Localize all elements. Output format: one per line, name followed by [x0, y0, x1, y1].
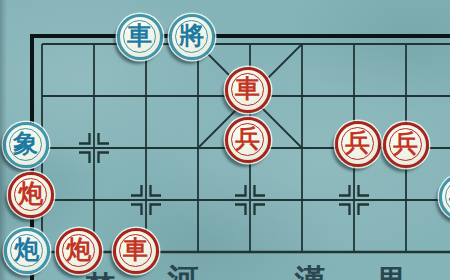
piece-glyph: 炮 [66, 237, 91, 262]
piece-red-cannon[interactable]: 炮 [56, 228, 102, 274]
piece-red-soldier[interactable]: 兵 [383, 122, 429, 168]
piece-red-soldier[interactable]: 兵 [225, 117, 271, 163]
piece-red-soldier[interactable]: 兵 [335, 121, 381, 167]
piece-glyph: 兵 [393, 131, 418, 156]
xiangqi-board[interactable]: 楚河漢界 車將車象兵兵兵炮卒炮炮車 [0, 0, 450, 280]
piece-black-elephant[interactable]: 象 [3, 122, 49, 168]
piece-inner-ring: 炮 [62, 234, 95, 267]
piece-glyph: 炮 [14, 237, 39, 262]
piece-glyph: 車 [235, 76, 260, 101]
piece-glyph: 象 [13, 131, 38, 156]
piece-red-cannon[interactable]: 炮 [8, 172, 54, 218]
piece-inner-ring: 車 [231, 73, 264, 106]
river-char: 界 [376, 266, 407, 280]
piece-glyph: 將 [179, 23, 204, 48]
piece-black-cannon[interactable]: 炮 [4, 228, 50, 274]
river-char: 河 [168, 264, 199, 280]
piece-inner-ring: 車 [123, 20, 156, 53]
river-char: 漢 [295, 265, 326, 280]
river-char: 楚 [85, 272, 116, 280]
piece-red-chariot[interactable]: 車 [225, 67, 271, 113]
piece-inner-ring: 兵 [389, 128, 422, 161]
piece-inner-ring: 車 [119, 234, 152, 267]
piece-inner-ring: 兵 [231, 123, 264, 156]
piece-glyph: 炮 [18, 181, 43, 206]
piece-inner-ring: 卒 [445, 180, 450, 213]
piece-glyph: 兵 [235, 126, 260, 151]
piece-inner-ring: 象 [9, 128, 42, 161]
piece-inner-ring: 將 [175, 20, 208, 53]
piece-inner-ring: 兵 [341, 127, 374, 160]
piece-black-general[interactable]: 將 [169, 14, 215, 60]
piece-glyph: 兵 [345, 130, 370, 155]
piece-red-chariot[interactable]: 車 [113, 228, 159, 274]
piece-glyph: 車 [127, 23, 152, 48]
piece-glyph: 車 [123, 237, 148, 262]
piece-inner-ring: 炮 [10, 234, 43, 267]
piece-black-chariot[interactable]: 車 [117, 14, 163, 60]
piece-inner-ring: 炮 [14, 178, 47, 211]
